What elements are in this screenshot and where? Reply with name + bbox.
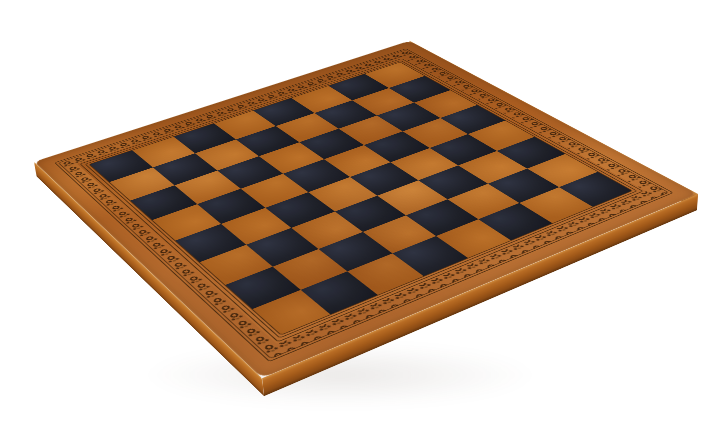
square-a4[interactable]: [152, 204, 221, 240]
square-b8[interactable]: [301, 271, 378, 314]
square-f8[interactable]: [478, 203, 552, 240]
chess-board: [34, 41, 698, 379]
square-g8[interactable]: [519, 187, 592, 223]
square-f7[interactable]: [448, 184, 520, 220]
board-top-surface: [34, 41, 698, 379]
product-photo-scene: [0, 0, 720, 442]
square-a6[interactable]: [200, 245, 273, 285]
square-c6[interactable]: [291, 212, 363, 249]
square-a5[interactable]: [175, 224, 246, 262]
square-d8[interactable]: [392, 236, 467, 276]
square-b4[interactable]: [197, 189, 265, 224]
square-d6[interactable]: [335, 196, 406, 232]
square-e6[interactable]: [377, 180, 447, 215]
square-b7[interactable]: [273, 249, 348, 290]
square-c8[interactable]: [347, 253, 423, 294]
square-b6[interactable]: [246, 228, 318, 267]
square-a7[interactable]: [225, 267, 300, 309]
square-d7[interactable]: [363, 215, 436, 253]
square-e8[interactable]: [436, 219, 511, 258]
square-a8[interactable]: [253, 290, 331, 335]
square-h8[interactable]: [559, 172, 632, 207]
square-c7[interactable]: [319, 232, 393, 271]
square-d5[interactable]: [308, 177, 377, 212]
square-g7[interactable]: [488, 169, 559, 203]
square-b5[interactable]: [221, 208, 291, 245]
square-e7[interactable]: [406, 199, 478, 236]
square-c5[interactable]: [265, 192, 335, 228]
